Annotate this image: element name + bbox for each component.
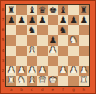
square-f5[interactable] xyxy=(58,35,68,45)
square-g5[interactable]: ♞ xyxy=(68,35,78,45)
square-c5[interactable] xyxy=(27,35,37,45)
square-c7[interactable]: ♟ xyxy=(27,15,37,25)
black-pawn[interactable]: ♟ xyxy=(38,15,46,24)
black-knight[interactable]: ♞ xyxy=(59,26,67,35)
square-d6[interactable] xyxy=(37,25,47,35)
black-pawn[interactable]: ♟ xyxy=(7,15,15,24)
black-rook[interactable]: ♜ xyxy=(80,5,88,14)
square-d7[interactable]: ♟ xyxy=(37,15,47,25)
white-pawn[interactable]: ♟ xyxy=(69,66,77,75)
square-e2[interactable] xyxy=(48,66,58,76)
file-label-g: g xyxy=(68,87,78,93)
board-frame: 87654321 abcdefgh ♜♝♛♚♝♜♟♟♟♟♟♟♟♞♞♟♞♝♟♟♟♟… xyxy=(0,0,96,94)
square-g6[interactable] xyxy=(68,25,78,35)
rank-label-6: 6 xyxy=(1,25,5,35)
white-bishop[interactable]: ♝ xyxy=(28,76,36,85)
square-f1[interactable] xyxy=(58,76,68,86)
board-border: ♜♝♛♚♝♜♟♟♟♟♟♟♟♞♞♟♞♝♟♟♟♟♟♟♟♟♜♞♝♛♚♜ xyxy=(5,4,90,87)
white-pawn[interactable]: ♟ xyxy=(38,66,46,75)
square-g8[interactable] xyxy=(68,5,78,15)
square-h6[interactable] xyxy=(79,25,89,35)
white-pawn[interactable]: ♟ xyxy=(7,66,15,75)
square-f4[interactable] xyxy=(58,46,68,56)
square-h4[interactable] xyxy=(79,46,89,56)
square-b4[interactable] xyxy=(16,46,26,56)
square-h2[interactable]: ♟ xyxy=(79,66,89,76)
rank-label-4: 4 xyxy=(1,46,5,56)
file-label-h: h xyxy=(79,87,89,93)
square-g4[interactable] xyxy=(68,46,78,56)
file-coordinates: abcdefgh xyxy=(6,87,89,93)
square-b7[interactable]: ♟ xyxy=(16,15,26,25)
white-knight[interactable]: ♞ xyxy=(18,76,26,85)
square-a6[interactable] xyxy=(6,25,16,35)
square-h8[interactable]: ♜ xyxy=(79,5,89,15)
square-a4[interactable] xyxy=(6,46,16,56)
square-d4[interactable] xyxy=(37,46,47,56)
file-label-d: d xyxy=(37,87,47,93)
square-d1[interactable]: ♛ xyxy=(37,76,47,86)
square-a3[interactable] xyxy=(6,56,16,66)
file-label-e: e xyxy=(48,87,58,93)
black-pawn[interactable]: ♟ xyxy=(69,15,77,24)
square-d5[interactable] xyxy=(37,35,47,45)
square-h1[interactable]: ♜ xyxy=(79,76,89,86)
square-f6[interactable]: ♞ xyxy=(58,25,68,35)
rank-coordinates: 87654321 xyxy=(1,5,5,86)
square-b1[interactable]: ♞ xyxy=(16,76,26,86)
black-rook[interactable]: ♜ xyxy=(7,5,15,14)
square-e1[interactable]: ♚ xyxy=(48,76,58,86)
square-c4[interactable]: ♝ xyxy=(27,46,37,56)
square-a5[interactable] xyxy=(6,35,16,45)
square-f3[interactable] xyxy=(58,56,68,66)
white-rook[interactable]: ♜ xyxy=(80,76,88,85)
square-d8[interactable]: ♛ xyxy=(37,5,47,15)
square-c3[interactable] xyxy=(27,56,37,66)
rank-label-7: 7 xyxy=(1,15,5,25)
square-b3[interactable] xyxy=(16,56,26,66)
square-f7[interactable]: ♟ xyxy=(58,15,68,25)
black-pawn[interactable]: ♟ xyxy=(49,36,57,45)
file-label-a: a xyxy=(6,87,16,93)
rank-label-3: 3 xyxy=(1,56,5,66)
square-a7[interactable]: ♟ xyxy=(6,15,16,25)
black-bishop[interactable]: ♝ xyxy=(59,5,67,14)
black-pawn[interactable]: ♟ xyxy=(80,15,88,24)
square-e4[interactable]: ♟ xyxy=(48,46,58,56)
square-d3[interactable] xyxy=(37,56,47,66)
square-h7[interactable]: ♟ xyxy=(79,15,89,25)
black-pawn[interactable]: ♟ xyxy=(18,15,26,24)
square-b6[interactable] xyxy=(16,25,26,35)
black-pawn[interactable]: ♟ xyxy=(59,15,67,24)
rank-label-5: 5 xyxy=(1,35,5,45)
square-c6[interactable]: ♞ xyxy=(27,25,37,35)
square-b5[interactable] xyxy=(16,35,26,45)
square-g3[interactable] xyxy=(68,56,78,66)
square-h3[interactable] xyxy=(79,56,89,66)
square-g2[interactable]: ♟ xyxy=(68,66,78,76)
square-b8[interactable] xyxy=(16,5,26,15)
white-pawn[interactable]: ♟ xyxy=(59,66,67,75)
white-pawn[interactable]: ♟ xyxy=(28,66,36,75)
square-b2[interactable]: ♟ xyxy=(16,66,26,76)
square-a2[interactable]: ♟ xyxy=(6,66,16,76)
white-rook[interactable]: ♜ xyxy=(7,76,15,85)
file-label-f: f xyxy=(58,87,68,93)
chess-board: ♜♝♛♚♝♜♟♟♟♟♟♟♟♞♞♟♞♝♟♟♟♟♟♟♟♟♜♞♝♛♚♜ xyxy=(6,5,89,86)
square-a1[interactable]: ♜ xyxy=(6,76,16,86)
square-g1[interactable] xyxy=(68,76,78,86)
square-c1[interactable]: ♝ xyxy=(27,76,37,86)
square-e5[interactable]: ♟ xyxy=(48,35,58,45)
square-c2[interactable]: ♟ xyxy=(27,66,37,76)
square-e6[interactable] xyxy=(48,25,58,35)
square-h5[interactable] xyxy=(79,35,89,45)
black-bishop[interactable]: ♝ xyxy=(28,5,36,14)
rank-label-2: 2 xyxy=(1,66,5,76)
white-king[interactable]: ♚ xyxy=(49,76,57,85)
square-g7[interactable]: ♟ xyxy=(68,15,78,25)
black-king[interactable]: ♚ xyxy=(49,5,57,14)
square-e3[interactable] xyxy=(48,56,58,66)
square-e7[interactable] xyxy=(48,15,58,25)
square-e8[interactable]: ♚ xyxy=(48,5,58,15)
white-knight[interactable]: ♞ xyxy=(69,36,77,45)
file-label-c: c xyxy=(27,87,37,93)
white-queen[interactable]: ♛ xyxy=(38,76,46,85)
black-queen[interactable]: ♛ xyxy=(38,5,46,14)
file-label-b: b xyxy=(16,87,26,93)
white-bishop[interactable]: ♝ xyxy=(28,46,36,55)
rank-label-1: 1 xyxy=(1,76,5,86)
white-pawn[interactable]: ♟ xyxy=(18,66,26,75)
square-c8[interactable]: ♝ xyxy=(27,5,37,15)
white-pawn[interactable]: ♟ xyxy=(80,66,88,75)
square-d2[interactable]: ♟ xyxy=(37,66,47,76)
square-f8[interactable]: ♝ xyxy=(58,5,68,15)
white-pawn[interactable]: ♟ xyxy=(49,46,57,55)
black-pawn[interactable]: ♟ xyxy=(28,15,36,24)
square-a8[interactable]: ♜ xyxy=(6,5,16,15)
rank-label-8: 8 xyxy=(1,5,5,15)
square-f2[interactable]: ♟ xyxy=(58,66,68,76)
black-knight[interactable]: ♞ xyxy=(28,26,36,35)
